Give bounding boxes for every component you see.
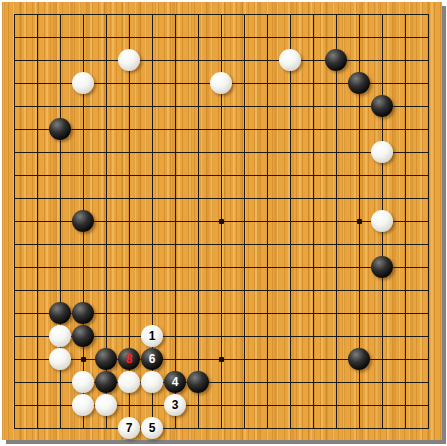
- white-stone[interactable]: [371, 141, 393, 163]
- white-stone[interactable]: [72, 72, 94, 94]
- black-stone[interactable]: [371, 95, 393, 117]
- grid-line-vertical: [313, 14, 314, 429]
- black-stone[interactable]: [325, 49, 347, 71]
- white-stone[interactable]: [72, 371, 94, 393]
- star-point: [81, 357, 86, 362]
- black-stone[interactable]: [95, 348, 117, 370]
- go-board[interactable]: 1864375: [2, 2, 442, 440]
- black-stone[interactable]: 4: [164, 371, 186, 393]
- black-stone[interactable]: [49, 118, 71, 140]
- move-number-label: 8: [126, 353, 133, 365]
- grid-line-horizontal: [14, 267, 429, 268]
- white-stone[interactable]: 7: [118, 417, 140, 439]
- go-diagram-page: { "game": "go", "board_size": 19, "board…: [0, 0, 447, 446]
- white-stone[interactable]: [210, 72, 232, 94]
- black-stone[interactable]: [348, 348, 370, 370]
- star-point: [219, 357, 224, 362]
- move-number-label: 6: [149, 353, 156, 365]
- black-stone[interactable]: [348, 72, 370, 94]
- move-number-label: 1: [149, 330, 156, 342]
- white-stone[interactable]: 1: [141, 325, 163, 347]
- black-stone[interactable]: [49, 302, 71, 324]
- white-stone[interactable]: [49, 348, 71, 370]
- black-stone[interactable]: 6: [141, 348, 163, 370]
- black-stone[interactable]: [371, 256, 393, 278]
- white-stone[interactable]: [95, 394, 117, 416]
- black-stone[interactable]: [95, 371, 117, 393]
- black-stone[interactable]: [72, 210, 94, 232]
- star-point: [219, 219, 224, 224]
- white-stone[interactable]: 3: [164, 394, 186, 416]
- white-stone[interactable]: [279, 49, 301, 71]
- white-stone[interactable]: [49, 325, 71, 347]
- white-stone[interactable]: [118, 371, 140, 393]
- black-stone[interactable]: [72, 325, 94, 347]
- white-stone[interactable]: 5: [141, 417, 163, 439]
- star-point: [357, 219, 362, 224]
- grid-line-vertical: [405, 14, 406, 429]
- black-stone[interactable]: [187, 371, 209, 393]
- grid-line-vertical: [336, 14, 337, 429]
- grid-line-vertical: [428, 14, 429, 429]
- grid-line-vertical: [267, 14, 268, 429]
- white-stone[interactable]: [72, 394, 94, 416]
- white-stone[interactable]: [141, 371, 163, 393]
- grid-line-vertical: [290, 14, 291, 429]
- grid-line-horizontal: [14, 290, 429, 291]
- grid-line-horizontal: [14, 428, 429, 429]
- grid-line-horizontal: [14, 244, 429, 245]
- move-number-label: 7: [126, 422, 133, 434]
- grid-line-vertical: [244, 14, 245, 429]
- white-stone[interactable]: [118, 49, 140, 71]
- move-number-label: 3: [172, 399, 179, 411]
- move-number-label: 5: [149, 422, 156, 434]
- move-number-label: 4: [172, 376, 179, 388]
- white-stone[interactable]: [371, 210, 393, 232]
- black-stone[interactable]: [72, 302, 94, 324]
- black-stone[interactable]: 8: [118, 348, 140, 370]
